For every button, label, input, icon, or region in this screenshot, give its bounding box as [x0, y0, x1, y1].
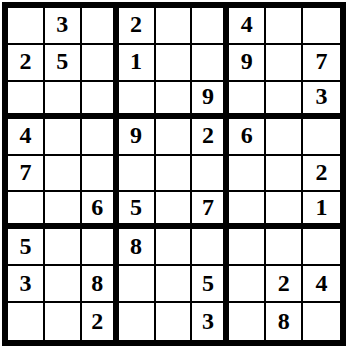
cell-r1c7[interactable]: 4 [229, 8, 266, 45]
cell-r7c3[interactable] [82, 229, 119, 266]
given-digit: 6 [91, 195, 103, 219]
cell-r6c9[interactable]: 1 [303, 192, 340, 229]
cell-r6c8[interactable] [266, 192, 303, 229]
cell-r9c9[interactable] [303, 303, 340, 340]
given-digit: 8 [130, 234, 142, 258]
cell-r6c3[interactable]: 6 [82, 192, 119, 229]
cell-r9c2[interactable] [45, 303, 82, 340]
cell-r2c1[interactable]: 2 [8, 45, 45, 82]
cell-r1c1[interactable] [8, 8, 45, 45]
cell-r9c5[interactable] [156, 303, 193, 340]
cell-r8c2[interactable] [45, 266, 82, 303]
given-digit: 9 [241, 49, 253, 73]
cell-r1c9[interactable] [303, 8, 340, 45]
cell-r6c1[interactable] [8, 192, 45, 229]
cell-r3c6[interactable]: 9 [192, 82, 229, 119]
cell-r3c1[interactable] [8, 82, 45, 119]
given-digit: 7 [19, 160, 31, 184]
given-digit: 5 [130, 195, 142, 219]
cell-r7c6[interactable] [192, 229, 229, 266]
cell-r8c6[interactable]: 5 [192, 266, 229, 303]
cell-r1c8[interactable] [266, 8, 303, 45]
given-digit: 5 [202, 271, 214, 295]
cell-r1c4[interactable]: 2 [119, 8, 156, 45]
cell-r5c7[interactable] [229, 156, 266, 193]
given-digit: 1 [316, 195, 328, 219]
given-digit: 2 [91, 309, 103, 333]
cell-r6c2[interactable] [45, 192, 82, 229]
given-digit: 7 [316, 49, 328, 73]
cell-r3c4[interactable] [119, 82, 156, 119]
cell-r9c3[interactable]: 2 [82, 303, 119, 340]
cell-r2c2[interactable]: 5 [45, 45, 82, 82]
cell-r2c7[interactable]: 9 [229, 45, 266, 82]
cell-r5c6[interactable] [192, 156, 229, 193]
given-digit: 9 [202, 84, 214, 108]
cell-r3c5[interactable] [156, 82, 193, 119]
cell-r8c4[interactable] [119, 266, 156, 303]
cell-r7c8[interactable] [266, 229, 303, 266]
cell-r3c2[interactable] [45, 82, 82, 119]
cell-r7c9[interactable] [303, 229, 340, 266]
cell-r4c8[interactable] [266, 119, 303, 156]
cell-r9c8[interactable]: 8 [266, 303, 303, 340]
given-digit: 8 [278, 309, 290, 333]
cell-r3c7[interactable] [229, 82, 266, 119]
cell-r5c1[interactable]: 7 [8, 156, 45, 193]
given-digit: 3 [316, 84, 328, 108]
given-digit: 2 [202, 123, 214, 147]
cell-r8c5[interactable] [156, 266, 193, 303]
cell-r8c9[interactable]: 4 [303, 266, 340, 303]
given-digit: 4 [316, 271, 328, 295]
cell-r7c7[interactable] [229, 229, 266, 266]
cell-r4c7[interactable]: 6 [229, 119, 266, 156]
given-digit: 5 [19, 234, 31, 258]
cell-r3c3[interactable] [82, 82, 119, 119]
given-digit: 6 [241, 123, 253, 147]
cell-r2c9[interactable]: 7 [303, 45, 340, 82]
cell-r4c9[interactable] [303, 119, 340, 156]
given-digit: 7 [202, 195, 214, 219]
cell-r5c3[interactable] [82, 156, 119, 193]
cell-r5c8[interactable] [266, 156, 303, 193]
cell-r2c8[interactable] [266, 45, 303, 82]
cell-r1c5[interactable] [156, 8, 193, 45]
cell-r1c6[interactable] [192, 8, 229, 45]
given-digit: 2 [19, 49, 31, 73]
cell-r8c8[interactable]: 2 [266, 266, 303, 303]
given-digit: 2 [130, 12, 142, 36]
given-digit: 5 [56, 49, 68, 73]
cell-r7c2[interactable] [45, 229, 82, 266]
cell-r9c6[interactable]: 3 [192, 303, 229, 340]
cell-r5c4[interactable] [119, 156, 156, 193]
cell-r4c2[interactable] [45, 119, 82, 156]
cell-r4c3[interactable] [82, 119, 119, 156]
cell-r6c6[interactable]: 7 [192, 192, 229, 229]
given-digit: 2 [316, 160, 328, 184]
given-digit: 2 [278, 271, 290, 295]
cell-r1c3[interactable] [82, 8, 119, 45]
cell-r2c6[interactable] [192, 45, 229, 82]
cell-r9c4[interactable] [119, 303, 156, 340]
cell-r2c3[interactable] [82, 45, 119, 82]
cell-r3c8[interactable] [266, 82, 303, 119]
cell-r5c9[interactable]: 2 [303, 156, 340, 193]
cell-r4c4[interactable]: 9 [119, 119, 156, 156]
cell-r6c4[interactable]: 5 [119, 192, 156, 229]
given-digit: 4 [19, 123, 31, 147]
cell-r4c6[interactable]: 2 [192, 119, 229, 156]
cell-r2c5[interactable] [156, 45, 193, 82]
cell-r7c1[interactable]: 5 [8, 229, 45, 266]
cell-r3c9[interactable]: 3 [303, 82, 340, 119]
sudoku-board: 324251979349267265715838524238 [2, 2, 346, 346]
given-digit: 4 [241, 12, 253, 36]
cell-r4c5[interactable] [156, 119, 193, 156]
cell-r8c3[interactable]: 8 [82, 266, 119, 303]
cell-r8c1[interactable]: 3 [8, 266, 45, 303]
cell-r2c4[interactable]: 1 [119, 45, 156, 82]
cell-r1c2[interactable]: 3 [45, 8, 82, 45]
cell-r7c4[interactable]: 8 [119, 229, 156, 266]
cell-r9c1[interactable] [8, 303, 45, 340]
cell-r6c7[interactable] [229, 192, 266, 229]
given-digit: 3 [19, 271, 31, 295]
given-digit: 8 [91, 271, 103, 295]
cell-r8c7[interactable] [229, 266, 266, 303]
cell-r5c2[interactable] [45, 156, 82, 193]
given-digit: 3 [202, 309, 214, 333]
cell-r6c5[interactable] [156, 192, 193, 229]
given-digit: 9 [130, 123, 142, 147]
given-digit: 1 [130, 49, 142, 73]
cell-r4c1[interactable]: 4 [8, 119, 45, 156]
given-digit: 3 [56, 12, 68, 36]
cell-r7c5[interactable] [156, 229, 193, 266]
cell-r5c5[interactable] [156, 156, 193, 193]
cell-r9c7[interactable] [229, 303, 266, 340]
